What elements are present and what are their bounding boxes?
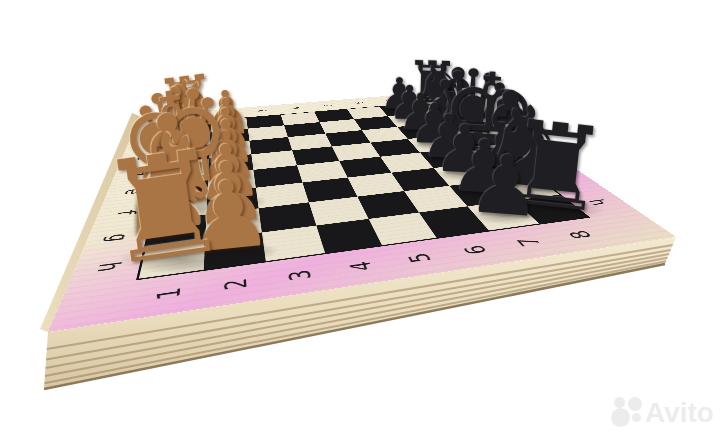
rook-glyph: ♜ bbox=[91, 129, 236, 287]
pawn-glyph: ♟ bbox=[466, 142, 546, 229]
avito-logo-icon bbox=[609, 394, 643, 430]
product-photo: aabbccddeeffgghh1122334455667788 ♜♟♟♜♞♟♟… bbox=[0, 0, 720, 437]
watermark: Avito bbox=[609, 394, 719, 434]
pieces-layer: ♜♟♟♜♞♟♟♞♝♟♟♝♛♟♟♛♚♟♟♚♝♟♟♝♞♟♟♞♜♟♟♜ bbox=[0, 0, 720, 437]
watermark-text: Avito bbox=[645, 397, 714, 429]
